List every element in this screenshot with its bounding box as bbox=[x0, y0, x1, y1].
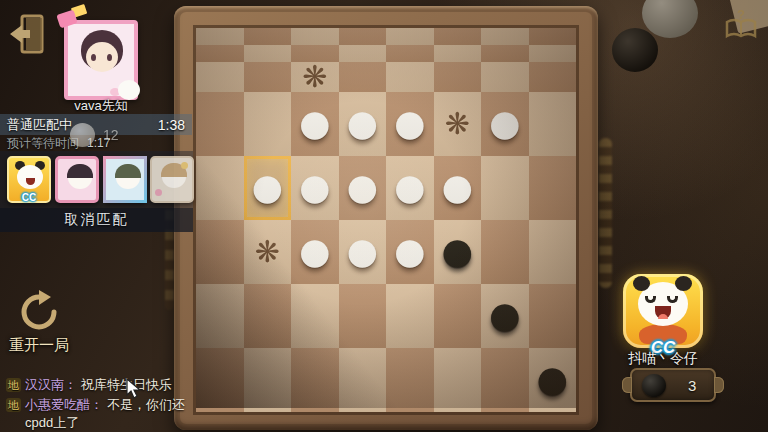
chat-text: cpdd上了 bbox=[25, 414, 79, 432]
board-cell-a6[interactable] bbox=[196, 220, 244, 284]
board-cell-a7[interactable] bbox=[196, 284, 244, 348]
board-cell-b1[interactable] bbox=[244, 28, 292, 45]
opponent-name: 抖喵丶令仔 bbox=[610, 350, 716, 368]
board-cell-g4[interactable]: ● bbox=[481, 92, 529, 156]
white-disc: ● bbox=[485, 90, 524, 154]
wait-time-value: 1:17 bbox=[87, 136, 110, 150]
player-avatar[interactable] bbox=[64, 20, 138, 100]
move-hint[interactable]: ❋ bbox=[445, 109, 470, 139]
emote-panda-button[interactable]: CC bbox=[623, 274, 703, 348]
black-disc-counter: 3 bbox=[630, 368, 716, 402]
teammate-card[interactable] bbox=[150, 156, 194, 203]
move-hint[interactable]: ❋ bbox=[302, 62, 327, 92]
board-cell-e6[interactable]: ● bbox=[386, 220, 434, 284]
board-cell-f4[interactable]: ❋ bbox=[434, 92, 482, 156]
black-disc: ● bbox=[485, 282, 524, 346]
teammate-card[interactable] bbox=[55, 156, 99, 203]
board-cell-d4[interactable]: ● bbox=[339, 92, 387, 156]
desk-stone-decoration bbox=[612, 28, 658, 72]
teammate-card[interactable] bbox=[103, 156, 147, 203]
board-cell-e1[interactable] bbox=[386, 28, 434, 45]
board-cell-f8[interactable] bbox=[434, 348, 482, 412]
board-cell-d1[interactable] bbox=[339, 28, 387, 45]
gold-ornament bbox=[599, 138, 612, 288]
board-cell-h2[interactable] bbox=[529, 45, 577, 62]
white-disc: ● bbox=[248, 154, 287, 218]
chat-message: 地 汉汉南： 祝库特生日快乐 bbox=[6, 375, 236, 395]
chat-channel-tag: 地 bbox=[6, 398, 21, 412]
white-disc: ● bbox=[343, 154, 382, 218]
board-cell-h6[interactable] bbox=[529, 220, 577, 284]
chat-sender: 汉汉南： bbox=[25, 376, 77, 394]
board-cell-h1[interactable] bbox=[529, 28, 577, 45]
board-grid: ❋●●●❋●●●●●●❋●●●●●● bbox=[196, 28, 576, 412]
board-cell-f6[interactable]: ● bbox=[434, 220, 482, 284]
board-cell-d8[interactable] bbox=[339, 348, 387, 412]
exit-door-button[interactable] bbox=[8, 12, 48, 58]
board-cell-b4[interactable] bbox=[244, 92, 292, 156]
board-cell-g5[interactable] bbox=[481, 156, 529, 220]
othello-board: ❋●●●❋●●●●●●❋●●●●●● bbox=[174, 6, 598, 430]
board-cell-h8[interactable]: ● bbox=[529, 348, 577, 412]
board-cell-a4[interactable] bbox=[196, 92, 244, 156]
move-hint[interactable]: ❋ bbox=[255, 237, 280, 267]
match-status: 普通匹配中 bbox=[7, 116, 72, 134]
chat-sender: 小惠爱吃醋： bbox=[25, 396, 103, 414]
board-cell-b8[interactable] bbox=[244, 348, 292, 412]
board-cell-c7[interactable] bbox=[291, 284, 339, 348]
rules-help-button[interactable]: ? bbox=[723, 8, 759, 44]
chat-message-continuation: cpdd上了 bbox=[25, 415, 236, 431]
cancel-match-button[interactable]: 取消匹配 bbox=[0, 208, 193, 232]
white-disc: ● bbox=[438, 154, 477, 218]
board-cell-b2[interactable] bbox=[244, 45, 292, 62]
board-cell-b6[interactable]: ❋ bbox=[244, 220, 292, 284]
board-cell-h5[interactable] bbox=[529, 156, 577, 220]
chat-text: 祝库特生日快乐 bbox=[81, 376, 172, 394]
board-cell-c6[interactable]: ● bbox=[291, 220, 339, 284]
board-cell-e4[interactable]: ● bbox=[386, 92, 434, 156]
match-timer: 1:38 bbox=[158, 117, 185, 133]
board-cell-e2[interactable] bbox=[386, 45, 434, 62]
wait-time-label: 预计等待时间 bbox=[7, 135, 79, 152]
board-cell-h7[interactable] bbox=[529, 284, 577, 348]
board-cell-b7[interactable] bbox=[244, 284, 292, 348]
board-cell-b3[interactable] bbox=[244, 62, 292, 92]
board-cell-b5[interactable]: ● bbox=[244, 156, 292, 220]
board-cell-d6[interactable]: ● bbox=[339, 220, 387, 284]
chat-channel-tag: 地 bbox=[6, 378, 21, 392]
board-cell-e7[interactable] bbox=[386, 284, 434, 348]
wait-time-row: 预计等待时间 1:17 bbox=[0, 135, 192, 151]
board-cell-c1[interactable] bbox=[291, 28, 339, 45]
restart-label: 重开一局 bbox=[2, 336, 76, 355]
board-cell-f2[interactable] bbox=[434, 45, 482, 62]
board-cell-f3[interactable] bbox=[434, 62, 482, 92]
board-cell-c5[interactable]: ● bbox=[291, 156, 339, 220]
svg-text:?: ? bbox=[737, 8, 745, 22]
board-cell-a5[interactable] bbox=[196, 156, 244, 220]
white-disc: ● bbox=[295, 90, 334, 154]
cancel-match-label: 取消匹配 bbox=[65, 211, 129, 229]
book-question-icon: ? bbox=[723, 8, 759, 44]
teammate-card-panda[interactable]: CC bbox=[7, 156, 51, 203]
black-count: 3 bbox=[688, 377, 696, 394]
white-disc: ● bbox=[343, 90, 382, 154]
white-disc: ● bbox=[295, 218, 334, 282]
chat-message: 地 小惠爱吃醋： 不是，你们还 bbox=[6, 395, 236, 415]
board-cell-a2[interactable] bbox=[196, 45, 244, 62]
board-cell-d5[interactable]: ● bbox=[339, 156, 387, 220]
black-disc: ● bbox=[438, 218, 477, 282]
board-cell-f1[interactable] bbox=[434, 28, 482, 45]
black-disc-icon bbox=[642, 374, 666, 397]
board-cell-f5[interactable]: ● bbox=[434, 156, 482, 220]
board-cell-c8[interactable] bbox=[291, 348, 339, 412]
chat-text: 不是，你们还 bbox=[107, 396, 185, 414]
board-cell-e3[interactable] bbox=[386, 62, 434, 92]
board-cell-g7[interactable]: ● bbox=[481, 284, 529, 348]
matchmaking-bar: 普通匹配中 1:38 bbox=[0, 114, 192, 135]
restart-button[interactable]: 重开一局 bbox=[2, 290, 76, 360]
board-cell-e5[interactable]: ● bbox=[386, 156, 434, 220]
board-cell-c3[interactable]: ❋ bbox=[291, 62, 339, 92]
player-name: vava先知 bbox=[40, 97, 162, 115]
board-cell-c4[interactable]: ● bbox=[291, 92, 339, 156]
board-cell-g6[interactable] bbox=[481, 220, 529, 284]
board-cell-h3[interactable] bbox=[529, 62, 577, 92]
board-cell-g1[interactable] bbox=[481, 28, 529, 45]
board-cell-d7[interactable] bbox=[339, 284, 387, 348]
board-cell-f7[interactable] bbox=[434, 284, 482, 348]
board-cell-g3[interactable] bbox=[481, 62, 529, 92]
board-cell-d3[interactable] bbox=[339, 62, 387, 92]
white-disc: ● bbox=[390, 218, 429, 282]
chat-panel[interactable]: 地 汉汉南： 祝库特生日快乐 地 小惠爱吃醋： 不是，你们还 cpdd上了 bbox=[6, 375, 236, 431]
board-cell-a1[interactable] bbox=[196, 28, 244, 45]
black-disc: ● bbox=[533, 346, 572, 410]
white-disc: ● bbox=[295, 154, 334, 218]
cc-badge: CC bbox=[9, 192, 49, 203]
restart-arrows-icon bbox=[17, 290, 61, 334]
board-cell-d2[interactable] bbox=[339, 45, 387, 62]
board-cell-e8[interactable] bbox=[386, 348, 434, 412]
board-cell-a3[interactable] bbox=[196, 62, 244, 92]
white-disc: ● bbox=[390, 154, 429, 218]
board-cell-g8[interactable] bbox=[481, 348, 529, 412]
white-disc: ● bbox=[390, 90, 429, 154]
white-disc: ● bbox=[343, 218, 382, 282]
game-screen: ❋●●●❋●●●●●●❋●●●●●● vava先知 普通匹配中 1:38 预计等… bbox=[0, 0, 768, 432]
board-cell-g2[interactable] bbox=[481, 45, 529, 62]
board-cell-h4[interactable] bbox=[529, 92, 577, 156]
